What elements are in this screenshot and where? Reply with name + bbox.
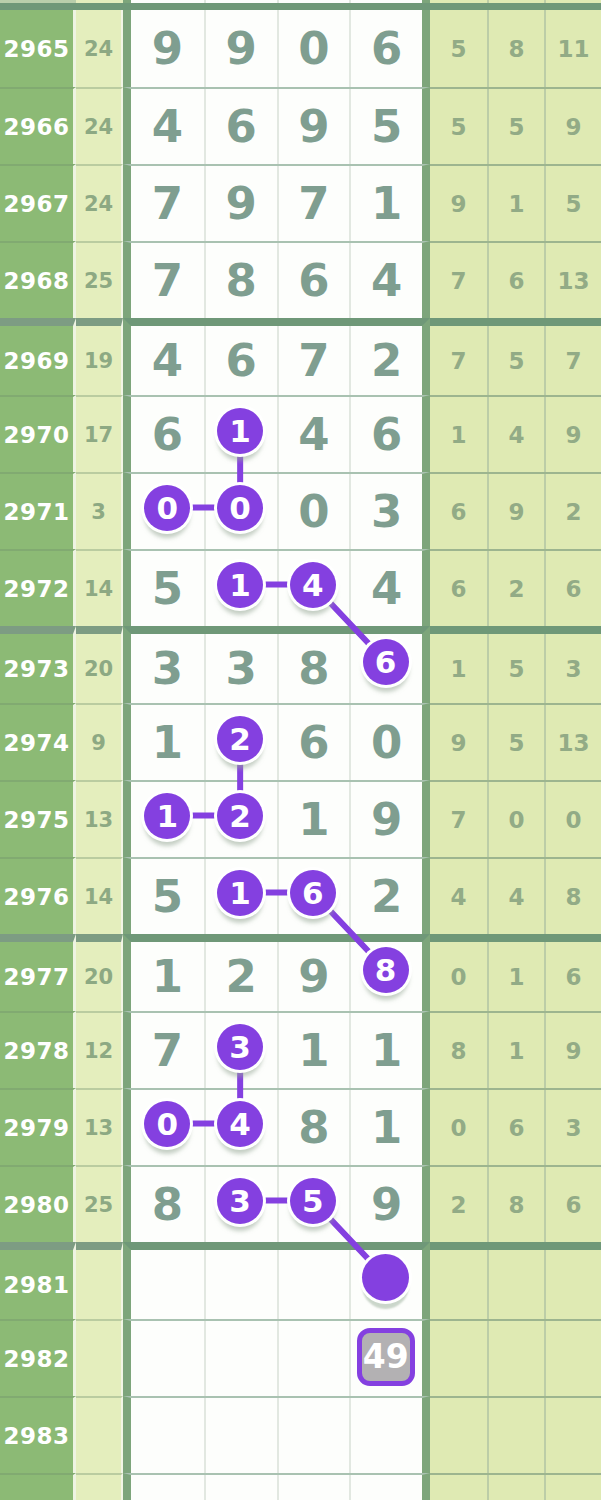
- extra-cells: 692: [430, 472, 601, 549]
- highlight-circle: 8: [363, 947, 409, 993]
- extra-cell: 13: [544, 243, 601, 318]
- digit-cell: 1: [277, 782, 350, 857]
- digit-cell: 0: [277, 10, 350, 87]
- draw-row-2966: 2966244695559: [0, 87, 601, 164]
- extra-cell: 9: [430, 705, 487, 780]
- digit-cell: [277, 1398, 350, 1473]
- extra-cell: 9: [430, 166, 487, 241]
- sum-value: [76, 1319, 123, 1396]
- digit-cell: 9: [349, 1167, 422, 1242]
- digit-cell: 8: [277, 634, 350, 703]
- extra-cell: 8: [544, 859, 601, 934]
- sum-value: 24: [76, 87, 123, 164]
- draw-row-2981: 2981: [0, 1242, 601, 1319]
- digit-cell: 2: [204, 942, 277, 1011]
- extra-cells: [430, 1396, 601, 1473]
- digit-cell: 5: [131, 859, 204, 934]
- digit-cells: 7971: [123, 164, 430, 241]
- sum-value: 25: [76, 241, 123, 318]
- highlight-circle: 0: [144, 1101, 190, 1147]
- sum-value: [76, 1473, 123, 1500]
- digit-cell: 6: [349, 10, 422, 87]
- draw-row-2965: 29652499065811: [0, 10, 601, 87]
- digit-cell: 4: [349, 243, 422, 318]
- period-label: 2968: [0, 241, 76, 318]
- digit-cell: [131, 1250, 204, 1319]
- digit-cells: 4695: [123, 87, 430, 164]
- digit-cell: 5: [349, 89, 422, 164]
- extra-cell: 9: [544, 397, 601, 472]
- extra-cell: 7: [430, 243, 487, 318]
- extra-cell: 4: [487, 859, 544, 934]
- digit-cells: 54: [123, 549, 430, 626]
- extra-cell: 5: [544, 166, 601, 241]
- extra-cell: 5: [430, 10, 487, 87]
- digit-cell: 1: [349, 1090, 422, 1165]
- digit-cell: 2: [349, 326, 422, 395]
- draw-row-2978: 297812711819: [0, 1011, 601, 1088]
- period-label: 2976: [0, 857, 76, 934]
- extra-cell: 5: [487, 705, 544, 780]
- extra-cell: 0: [544, 782, 601, 857]
- draw-row-2975: 29751319700: [0, 780, 601, 857]
- period-label: 2983: [0, 1396, 76, 1473]
- period-label: 2981: [0, 1242, 76, 1319]
- digit-cell: 3: [204, 634, 277, 703]
- previous-row-sliver: [0, 0, 601, 10]
- draw-row-2969: 2969194672757: [0, 318, 601, 395]
- extra-cell: 7: [544, 326, 601, 395]
- period-label: 2971: [0, 472, 76, 549]
- period-label: 2969: [0, 318, 76, 395]
- sum-value: [76, 1396, 123, 1473]
- digit-cell: 6: [131, 397, 204, 472]
- digit-cell: 3: [131, 634, 204, 703]
- highlight-circle: 0: [217, 485, 263, 531]
- draw-row-2971: 2971303692: [0, 472, 601, 549]
- digit-cells: 646: [123, 395, 430, 472]
- period-label: 2970: [0, 395, 76, 472]
- extra-cell: 1: [430, 634, 487, 703]
- digit-cell: 6: [204, 326, 277, 395]
- extra-cells: 149: [430, 395, 601, 472]
- highlight-circle: 1: [217, 562, 263, 608]
- draw-row-2974: 297491609513: [0, 703, 601, 780]
- trend-chart-board[interactable]: 2965249906581129662446955592967247971915…: [0, 0, 601, 1500]
- sum-value: 12: [76, 1011, 123, 1088]
- digit-cell: 1: [131, 942, 204, 1011]
- extra-cell: 2: [487, 551, 544, 626]
- draw-row-2983: 2983: [0, 1396, 601, 1473]
- extra-cell: 11: [544, 10, 601, 87]
- pending-number-box: 49: [357, 1328, 415, 1386]
- extra-cell: [487, 1321, 544, 1396]
- extra-cell: 3: [544, 634, 601, 703]
- extra-cell: 9: [487, 474, 544, 549]
- sum-value: [76, 1242, 123, 1319]
- highlight-circle: 5: [290, 1178, 336, 1224]
- extra-cell: 2: [544, 474, 601, 549]
- draw-row-2982: 2982: [0, 1319, 601, 1396]
- digit-cell: [204, 1475, 277, 1500]
- digit-cells: [123, 1396, 430, 1473]
- extra-cell: 2: [430, 1167, 487, 1242]
- extra-cells: 9513: [430, 703, 601, 780]
- digit-cells: [123, 0, 430, 3]
- extra-cell: [430, 1250, 487, 1319]
- extra-cells: 063: [430, 1088, 601, 1165]
- digit-cell: 6: [349, 397, 422, 472]
- extra-cell: 5: [487, 326, 544, 395]
- sum-value: 20: [76, 626, 123, 703]
- digit-cell: [349, 1398, 422, 1473]
- digit-cell: 6: [277, 705, 350, 780]
- extra-cell: [430, 1321, 487, 1396]
- digit-cell: 4: [131, 89, 204, 164]
- digit-cell: 9: [204, 10, 277, 87]
- digit-cells: 7864: [123, 241, 430, 318]
- highlight-circle: 1: [217, 408, 263, 454]
- extra-cell: 6: [544, 942, 601, 1011]
- extra-cell: 6: [487, 1090, 544, 1165]
- extra-cell: 1: [430, 397, 487, 472]
- sum-value: 3: [76, 472, 123, 549]
- extra-cell: 4: [430, 859, 487, 934]
- digit-cell: 5: [131, 551, 204, 626]
- digit-cell: 9: [277, 942, 350, 1011]
- extra-cell: 1: [487, 166, 544, 241]
- digit-cell: 6: [277, 243, 350, 318]
- digit-cells: 711: [123, 1011, 430, 1088]
- extra-cell: 6: [544, 551, 601, 626]
- sum-value: 24: [76, 164, 123, 241]
- extra-cells: 757: [430, 318, 601, 395]
- highlight-circle: 4: [217, 1101, 263, 1147]
- extra-cell: 8: [430, 1013, 487, 1088]
- extra-cell: 6: [430, 474, 487, 549]
- digit-cell: 7: [131, 243, 204, 318]
- extra-cell: [487, 1475, 544, 1500]
- extra-cell: 5: [487, 89, 544, 164]
- digit-cell: 9: [131, 10, 204, 87]
- extra-cells: [430, 1319, 601, 1396]
- digit-cell: 2: [349, 859, 422, 934]
- sum-value: 13: [76, 1088, 123, 1165]
- period-label: 2965: [0, 10, 76, 87]
- extra-cell: 8: [487, 1167, 544, 1242]
- digit-cell: [131, 1321, 204, 1396]
- extra-cells: 016: [430, 934, 601, 1011]
- digit-cell: 8: [131, 1167, 204, 1242]
- digit-cell: 7: [131, 1013, 204, 1088]
- highlight-circle: 1: [217, 870, 263, 916]
- extra-cell: 0: [430, 1090, 487, 1165]
- digit-cell: 9: [277, 89, 350, 164]
- digit-cell: 4: [131, 326, 204, 395]
- forecast-dot: [362, 1254, 409, 1301]
- digit-cell: [277, 1250, 350, 1319]
- draw-row-2973: 297320338153: [0, 626, 601, 703]
- extra-cell: [430, 1475, 487, 1500]
- extra-cells: 286: [430, 1165, 601, 1242]
- digit-cells: 4672: [123, 318, 430, 395]
- digit-cell: 7: [131, 166, 204, 241]
- extra-cell: [487, 1250, 544, 1319]
- digit-cells: 89: [123, 1165, 430, 1242]
- period-label: 2974: [0, 703, 76, 780]
- highlight-circle: 3: [217, 1178, 263, 1224]
- draw-row-2977: 297720129016: [0, 934, 601, 1011]
- extra-cell: 13: [544, 705, 601, 780]
- digit-cell: [204, 1398, 277, 1473]
- digit-cell: 4: [349, 551, 422, 626]
- extra-cell: 9: [544, 1013, 601, 1088]
- period-label: 2984: [0, 1473, 76, 1500]
- extra-cells: [430, 1473, 601, 1500]
- sum-value: 17: [76, 395, 123, 472]
- digit-cell: 1: [131, 705, 204, 780]
- digit-cell: [131, 1475, 204, 1500]
- digit-cell: [204, 1250, 277, 1319]
- highlight-circle: 0: [144, 485, 190, 531]
- digit-cell: 1: [349, 166, 422, 241]
- digit-cell: 9: [349, 782, 422, 857]
- highlight-circle: 6: [290, 870, 336, 916]
- draw-row-2967: 2967247971915: [0, 164, 601, 241]
- period-label: 2975: [0, 780, 76, 857]
- highlight-circle: 3: [217, 1024, 263, 1070]
- draw-row-2968: 29682578647613: [0, 241, 601, 318]
- sum-value: 25: [76, 1165, 123, 1242]
- period-cell: [0, 0, 76, 3]
- digit-cell: 1: [277, 1013, 350, 1088]
- period-label: 2977: [0, 934, 76, 1011]
- sum-value: 9: [76, 703, 123, 780]
- highlight-circle: 4: [290, 562, 336, 608]
- extra-cells: 626: [430, 549, 601, 626]
- extra-cell: 6: [544, 1167, 601, 1242]
- digit-cell: 7: [277, 166, 350, 241]
- extra-cell: [544, 1250, 601, 1319]
- extra-cell: [544, 1398, 601, 1473]
- extra-cell: 1: [487, 1013, 544, 1088]
- extra-cell: 4: [487, 397, 544, 472]
- sum-value: 13: [76, 780, 123, 857]
- digit-cells: [123, 1473, 430, 1500]
- digit-cells: 9906: [123, 10, 430, 87]
- digit-cell: 6: [204, 89, 277, 164]
- digit-cell: 4: [277, 397, 350, 472]
- period-label: 2982: [0, 1319, 76, 1396]
- period-label: 2980: [0, 1165, 76, 1242]
- period-label: 2973: [0, 626, 76, 703]
- extra-cell: 5: [430, 89, 487, 164]
- extra-cell: 1: [487, 942, 544, 1011]
- sum-value: 14: [76, 857, 123, 934]
- period-label: 2967: [0, 164, 76, 241]
- extra-cells: 559: [430, 87, 601, 164]
- digit-cells: 160: [123, 703, 430, 780]
- sum-cell: [76, 0, 123, 3]
- period-label: 2972: [0, 549, 76, 626]
- extra-cells: 7613: [430, 241, 601, 318]
- extra-cell: 7: [430, 782, 487, 857]
- extra-cell: 7: [430, 326, 487, 395]
- highlight-circle: 1: [144, 793, 190, 839]
- extra-cell: 5: [487, 634, 544, 703]
- extra-cells: 819: [430, 1011, 601, 1088]
- highlight-circle: 6: [363, 639, 409, 685]
- extra-cell: 6: [430, 551, 487, 626]
- draw-row-2984: 2984: [0, 1473, 601, 1500]
- highlight-circle: 2: [217, 716, 263, 762]
- extra-cells: 153: [430, 626, 601, 703]
- digit-cells: 52: [123, 857, 430, 934]
- period-label: 2979: [0, 1088, 76, 1165]
- extra-cells: 5811: [430, 10, 601, 87]
- digit-cell: [204, 1321, 277, 1396]
- sum-value: 24: [76, 10, 123, 87]
- digit-cell: 8: [277, 1090, 350, 1165]
- digit-cell: [131, 1398, 204, 1473]
- extra-cell: 6: [487, 243, 544, 318]
- digit-cell: 1: [349, 1013, 422, 1088]
- digit-cell: [349, 1475, 422, 1500]
- period-label: 2978: [0, 1011, 76, 1088]
- extra-cells: 700: [430, 780, 601, 857]
- extra-cell: [544, 1321, 601, 1396]
- extra-cells: [430, 1242, 601, 1319]
- digit-cell: 9: [204, 166, 277, 241]
- highlight-circle: 2: [217, 793, 263, 839]
- draw-row-2979: 29791381063: [0, 1088, 601, 1165]
- extra-cell: 3: [544, 1090, 601, 1165]
- digit-cell: 0: [277, 474, 350, 549]
- extra-cell: [430, 1398, 487, 1473]
- digit-cell: 8: [204, 243, 277, 318]
- digit-cell: [277, 1475, 350, 1500]
- extra-cell: [544, 1475, 601, 1500]
- sum-value: 20: [76, 934, 123, 1011]
- digit-cell: [277, 1321, 350, 1396]
- digit-cell: 7: [277, 326, 350, 395]
- digit-cell: 0: [349, 705, 422, 780]
- sum-value: 14: [76, 549, 123, 626]
- extra-cells: [430, 0, 601, 3]
- extra-cell: 9: [544, 89, 601, 164]
- extra-cell: [487, 1398, 544, 1473]
- period-label: 2966: [0, 87, 76, 164]
- extra-cells: 915: [430, 164, 601, 241]
- sum-value: 19: [76, 318, 123, 395]
- extra-cells: 448: [430, 857, 601, 934]
- extra-cell: 8: [487, 10, 544, 87]
- digit-cell: 3: [349, 474, 422, 549]
- extra-cell: 0: [430, 942, 487, 1011]
- draw-row-2970: 297017646149: [0, 395, 601, 472]
- extra-cell: 0: [487, 782, 544, 857]
